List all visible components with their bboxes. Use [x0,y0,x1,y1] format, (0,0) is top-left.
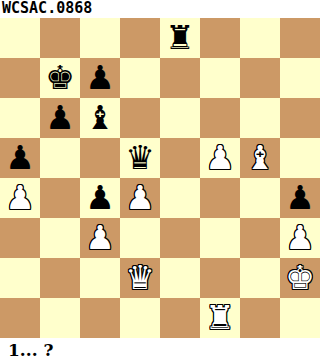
square-g6[interactable] [240,98,280,138]
square-h6[interactable] [280,98,320,138]
piece-black-pawn[interactable]: ♟ [5,138,35,178]
square-g3[interactable] [240,218,280,258]
piece-white-pawn[interactable]: ♟ [285,218,315,258]
square-c5[interactable] [80,138,120,178]
square-b6[interactable]: ♟ [40,98,80,138]
square-g8[interactable] [240,18,280,58]
square-d6[interactable] [120,98,160,138]
square-a2[interactable] [0,258,40,298]
square-c7[interactable]: ♟ [80,58,120,98]
square-f5[interactable]: ♟ [200,138,240,178]
square-b2[interactable] [40,258,80,298]
square-d1[interactable] [120,298,160,338]
piece-black-pawn[interactable]: ♟ [85,58,115,98]
square-h5[interactable] [280,138,320,178]
square-b3[interactable] [40,218,80,258]
square-b7[interactable]: ♚ [40,58,80,98]
square-a3[interactable] [0,218,40,258]
square-e7[interactable] [160,58,200,98]
square-f2[interactable] [200,258,240,298]
square-c8[interactable] [80,18,120,58]
square-g7[interactable] [240,58,280,98]
square-d8[interactable] [120,18,160,58]
square-h3[interactable]: ♟ [280,218,320,258]
move-prompt: 1... ? [0,338,320,360]
square-d5[interactable]: ♛ [120,138,160,178]
square-g2[interactable] [240,258,280,298]
square-f6[interactable] [200,98,240,138]
square-a1[interactable] [0,298,40,338]
square-a6[interactable] [0,98,40,138]
square-e5[interactable] [160,138,200,178]
piece-white-queen[interactable]: ♛ [125,258,155,298]
square-e8[interactable]: ♜ [160,18,200,58]
piece-black-rook[interactable]: ♜ [165,18,195,58]
square-e1[interactable] [160,298,200,338]
square-h4[interactable]: ♟ [280,178,320,218]
square-h2[interactable]: ♚ [280,258,320,298]
square-c3[interactable]: ♟ [80,218,120,258]
square-e6[interactable] [160,98,200,138]
square-a5[interactable]: ♟ [0,138,40,178]
piece-white-pawn[interactable]: ♟ [5,178,35,218]
square-g1[interactable] [240,298,280,338]
square-e2[interactable] [160,258,200,298]
square-d2[interactable]: ♛ [120,258,160,298]
square-f4[interactable] [200,178,240,218]
square-c6[interactable]: ♝ [80,98,120,138]
piece-white-rook[interactable]: ♜ [205,298,235,338]
square-f3[interactable] [200,218,240,258]
piece-white-pawn[interactable]: ♟ [205,138,235,178]
piece-black-pawn[interactable]: ♟ [85,178,115,218]
piece-white-pawn[interactable]: ♟ [85,218,115,258]
square-h7[interactable] [280,58,320,98]
square-c2[interactable] [80,258,120,298]
piece-black-queen[interactable]: ♛ [125,138,155,178]
square-c4[interactable]: ♟ [80,178,120,218]
piece-black-pawn[interactable]: ♟ [45,98,75,138]
square-d4[interactable]: ♟ [120,178,160,218]
chess-board: ♜♚♟♟♝♟♛♟♝♟♟♟♟♟♟♛♚♜ [0,18,320,338]
square-a7[interactable] [0,58,40,98]
square-g5[interactable]: ♝ [240,138,280,178]
square-e4[interactable] [160,178,200,218]
square-g4[interactable] [240,178,280,218]
square-a8[interactable] [0,18,40,58]
square-h1[interactable] [280,298,320,338]
square-b8[interactable] [40,18,80,58]
piece-black-king[interactable]: ♚ [45,58,75,98]
square-c1[interactable] [80,298,120,338]
puzzle-title: WCSAC.0868 [0,0,320,18]
piece-white-pawn[interactable]: ♟ [125,178,155,218]
square-f7[interactable] [200,58,240,98]
square-h8[interactable] [280,18,320,58]
square-e3[interactable] [160,218,200,258]
piece-white-king[interactable]: ♚ [285,258,315,298]
square-f8[interactable] [200,18,240,58]
square-f1[interactable]: ♜ [200,298,240,338]
square-d3[interactable] [120,218,160,258]
square-a4[interactable]: ♟ [0,178,40,218]
piece-black-bishop[interactable]: ♝ [85,98,115,138]
square-b1[interactable] [40,298,80,338]
square-b5[interactable] [40,138,80,178]
piece-white-bishop[interactable]: ♝ [245,138,275,178]
square-b4[interactable] [40,178,80,218]
square-d7[interactable] [120,58,160,98]
piece-black-pawn[interactable]: ♟ [285,178,315,218]
